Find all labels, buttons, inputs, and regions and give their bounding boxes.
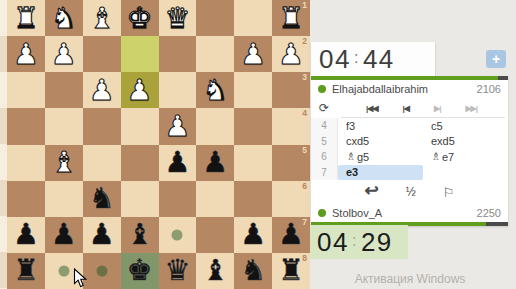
- move-row: 5cxd5exd5: [311, 134, 508, 150]
- windows-activation-watermark: Активация Windows: [310, 272, 510, 286]
- clock-colon: :: [354, 50, 360, 66]
- online-dot: [318, 85, 326, 93]
- square-g1[interactable]: ♞: [45, 0, 83, 36]
- move-7-white[interactable]: e3: [338, 165, 423, 181]
- black-p-c5[interactable]: ♟: [202, 148, 228, 177]
- square-c4[interactable]: [196, 108, 234, 144]
- game-card: Elhajabdallaibrahim 2106 ⟳ |◀◀ |◀ ▶| ▶▶|…: [311, 76, 508, 226]
- black-p-a7[interactable]: ♟: [278, 220, 304, 249]
- black-r-h8[interactable]: ♜: [13, 256, 39, 285]
- rank-label-2: 2: [302, 37, 307, 46]
- square-a7[interactable]: ♟7: [272, 217, 310, 253]
- square-b8[interactable]: ♞: [234, 253, 272, 289]
- square-g6[interactable]: [45, 181, 83, 217]
- white-n-g1[interactable]: ♞: [51, 4, 77, 33]
- move-list: 4f3c55cxd5exd56♗g5♗e77e3: [311, 118, 508, 180]
- move-number: 7: [311, 165, 338, 181]
- square-f3[interactable]: ♟: [83, 72, 121, 108]
- rank-label-5: 5: [302, 146, 307, 155]
- square-g3[interactable]: [45, 72, 83, 108]
- square-h2[interactable]: ♟: [7, 36, 45, 72]
- black-k-e8[interactable]: ♚: [127, 256, 153, 285]
- move-row: 7e3: [311, 165, 508, 181]
- move-number: 6: [311, 149, 338, 165]
- square-f2[interactable]: [83, 36, 121, 72]
- rank-label-8: 8: [302, 254, 307, 263]
- black-r-a8[interactable]: ♜: [278, 256, 304, 285]
- resign-flag-icon[interactable]: ⚐: [443, 185, 455, 200]
- white-p-a2[interactable]: ♟: [278, 40, 304, 69]
- move-nav-toolbar: ⟳ |◀◀ |◀ ▶| ▶▶|: [311, 98, 508, 118]
- square-f7[interactable]: ♟: [83, 217, 121, 253]
- takeback-icon[interactable]: ↩: [365, 182, 379, 199]
- square-b2[interactable]: ♟: [234, 36, 272, 72]
- rank-label-3: 3: [302, 73, 307, 82]
- rank-label-4: 4: [302, 109, 307, 118]
- move-7-black: [423, 165, 508, 181]
- move-4-black[interactable]: c5: [423, 118, 508, 134]
- square-c2[interactable]: [196, 36, 234, 72]
- square-b7[interactable]: ♟: [234, 217, 272, 253]
- square-h5[interactable]: [7, 145, 45, 181]
- square-e7[interactable]: ♝: [121, 217, 159, 253]
- bishop-piece-symbol: ♗: [346, 150, 356, 163]
- square-c1[interactable]: [196, 0, 234, 36]
- rank-label-6: 6: [302, 182, 307, 191]
- square-a8[interactable]: ♜8: [272, 253, 310, 289]
- time-bar-rest: [486, 222, 508, 226]
- white-b-f1[interactable]: ♝: [89, 4, 115, 33]
- square-a2[interactable]: ♟2: [272, 36, 310, 72]
- prev-move-button[interactable]: |◀: [403, 104, 409, 113]
- move-5-black[interactable]: exd5: [423, 134, 508, 150]
- board-left-edge: [0, 0, 7, 289]
- player-top-name[interactable]: Elhajabdallaibrahim: [332, 83, 428, 95]
- white-n-c3[interactable]: ♞: [202, 76, 228, 105]
- square-e2[interactable]: [121, 36, 159, 72]
- online-dot: [318, 209, 326, 217]
- move-number: 5: [311, 134, 338, 150]
- clock-minutes: 04: [319, 46, 351, 72]
- move-hint-dot-f8: [96, 265, 107, 276]
- black-b-c8[interactable]: ♝: [202, 256, 228, 285]
- clock-bottom-player-active: 04:29: [310, 225, 408, 259]
- square-f8[interactable]: [83, 253, 121, 289]
- square-c7[interactable]: [196, 217, 234, 253]
- move-6-white[interactable]: ♗g5: [338, 149, 423, 165]
- move-number: 4: [311, 118, 338, 134]
- white-p-h2[interactable]: ♟: [13, 40, 39, 69]
- mouse-cursor: [73, 268, 88, 289]
- square-a1[interactable]: ♜1: [272, 0, 310, 36]
- square-h7[interactable]: ♟: [7, 217, 45, 253]
- square-d8[interactable]: ♛: [159, 253, 197, 289]
- square-g4[interactable]: [45, 108, 83, 144]
- square-f1[interactable]: ♝: [83, 0, 121, 36]
- move-5-white[interactable]: cxd5: [338, 134, 423, 150]
- white-p-e3[interactable]: ♟: [127, 76, 153, 105]
- square-h3[interactable]: [7, 72, 45, 108]
- square-c8[interactable]: ♝: [196, 253, 234, 289]
- square-c6[interactable]: [196, 181, 234, 217]
- player-top-row: Elhajabdallaibrahim 2106: [311, 80, 508, 98]
- white-p-b2[interactable]: ♟: [240, 40, 266, 69]
- black-p-d5[interactable]: ♟: [164, 148, 190, 177]
- clock-minutes: 04: [317, 229, 349, 255]
- white-p-d4[interactable]: ♟: [164, 112, 190, 141]
- black-p-b7[interactable]: ♟: [240, 220, 266, 249]
- square-h4[interactable]: [7, 108, 45, 144]
- clock-seconds: 29: [361, 229, 393, 255]
- white-b-g5[interactable]: ♝: [51, 148, 77, 177]
- move-4-white[interactable]: f3: [338, 118, 423, 134]
- square-a4[interactable]: 4: [272, 108, 310, 144]
- move-hint-dot-g8: [58, 265, 69, 276]
- square-b4[interactable]: [234, 108, 272, 144]
- square-h6[interactable]: [7, 181, 45, 217]
- square-d4[interactable]: ♟: [159, 108, 197, 144]
- bishop-piece-symbol: ♗: [431, 150, 441, 163]
- move-row: 6♗g5♗e7: [311, 149, 508, 165]
- square-h1[interactable]: ♜: [7, 0, 45, 36]
- black-n-b8[interactable]: ♞: [240, 256, 266, 285]
- square-d7[interactable]: [159, 217, 197, 253]
- square-a3[interactable]: 3: [272, 72, 310, 108]
- next-move-button[interactable]: ▶|: [434, 104, 440, 113]
- first-move-button[interactable]: |◀◀: [366, 104, 378, 113]
- square-f5[interactable]: [83, 145, 121, 181]
- player-top-rating: 2106: [477, 83, 501, 95]
- square-e4[interactable]: [121, 108, 159, 144]
- black-p-f7[interactable]: ♟: [89, 220, 115, 249]
- square-a5[interactable]: 5: [272, 145, 310, 181]
- square-e6[interactable]: [121, 181, 159, 217]
- white-r-a1[interactable]: ♜: [278, 4, 304, 33]
- black-b-e7[interactable]: ♝: [127, 220, 153, 249]
- clock-colon: :: [352, 233, 358, 249]
- square-e5[interactable]: [121, 145, 159, 181]
- flip-board-icon[interactable]: ⟳: [319, 101, 329, 115]
- nav-buttons: |◀◀ |◀ ▶| ▶▶|: [329, 104, 508, 113]
- square-g7[interactable]: ♟: [45, 217, 83, 253]
- square-b6[interactable]: [234, 181, 272, 217]
- move-6-black[interactable]: ♗e7: [423, 149, 508, 165]
- game-actions: ↩ ½ ⚐: [311, 180, 508, 204]
- app-window: ♜♞♝♚♛♜1♟♟♟♟2♟♟♞3♟4♝♟♟5♞6♟♟♟♝♟♟7♜♚♛♝♞♜8 0…: [0, 0, 516, 289]
- square-d1[interactable]: ♛: [159, 0, 197, 36]
- offer-draw-button[interactable]: ½: [406, 185, 416, 199]
- square-b1[interactable]: [234, 0, 272, 36]
- square-c3[interactable]: ♞: [196, 72, 234, 108]
- square-d5[interactable]: ♟: [159, 145, 197, 181]
- square-d6[interactable]: [159, 181, 197, 217]
- white-k-e1[interactable]: ♚: [127, 4, 153, 33]
- square-f6[interactable]: ♞: [83, 181, 121, 217]
- move-hint-dot-d7: [172, 229, 183, 240]
- square-d3[interactable]: [159, 72, 197, 108]
- white-q-d1[interactable]: ♛: [164, 4, 190, 33]
- square-f4[interactable]: [83, 108, 121, 144]
- side-panel: 04:44 + Elhajabdallaibrahim 2106 ⟳ |◀◀ |…: [310, 0, 516, 289]
- black-p-g7[interactable]: ♟: [51, 220, 77, 249]
- player-bottom-row: Stolbov_A 2250: [311, 204, 508, 222]
- square-g5[interactable]: ♝: [45, 145, 83, 181]
- black-n-f6[interactable]: ♞: [89, 184, 115, 213]
- white-p-f3[interactable]: ♟: [89, 76, 115, 105]
- square-d2[interactable]: [159, 36, 197, 72]
- square-e1[interactable]: ♚: [121, 0, 159, 36]
- move-row: 4f3c5: [311, 118, 508, 134]
- chess-board[interactable]: ♜♞♝♚♛♜1♟♟♟♟2♟♟♞3♟4♝♟♟5♞6♟♟♟♝♟♟7♜♚♛♝♞♜8: [7, 0, 310, 289]
- square-h8[interactable]: ♜: [7, 253, 45, 289]
- square-b5[interactable]: [234, 145, 272, 181]
- black-p-h7[interactable]: ♟: [13, 220, 39, 249]
- last-move-button[interactable]: ▶▶|: [465, 104, 477, 113]
- white-p-g2[interactable]: ♟: [51, 40, 77, 69]
- square-a6[interactable]: 6: [272, 181, 310, 217]
- rank-label-7: 7: [302, 218, 307, 227]
- rank-label-1: 1: [302, 1, 307, 10]
- square-e3[interactable]: ♟: [121, 72, 159, 108]
- square-e8[interactable]: ♚: [121, 253, 159, 289]
- square-c5[interactable]: ♟: [196, 145, 234, 181]
- square-b3[interactable]: [234, 72, 272, 108]
- clock-top-player: 04:44: [311, 42, 435, 76]
- clock-seconds: 44: [363, 46, 395, 72]
- add-time-button[interactable]: +: [486, 50, 506, 68]
- player-bottom-rating: 2250: [477, 207, 501, 219]
- square-g2[interactable]: ♟: [45, 36, 83, 72]
- player-bottom-name[interactable]: Stolbov_A: [332, 207, 382, 219]
- black-q-d8[interactable]: ♛: [164, 256, 190, 285]
- white-r-h1[interactable]: ♜: [13, 4, 39, 33]
